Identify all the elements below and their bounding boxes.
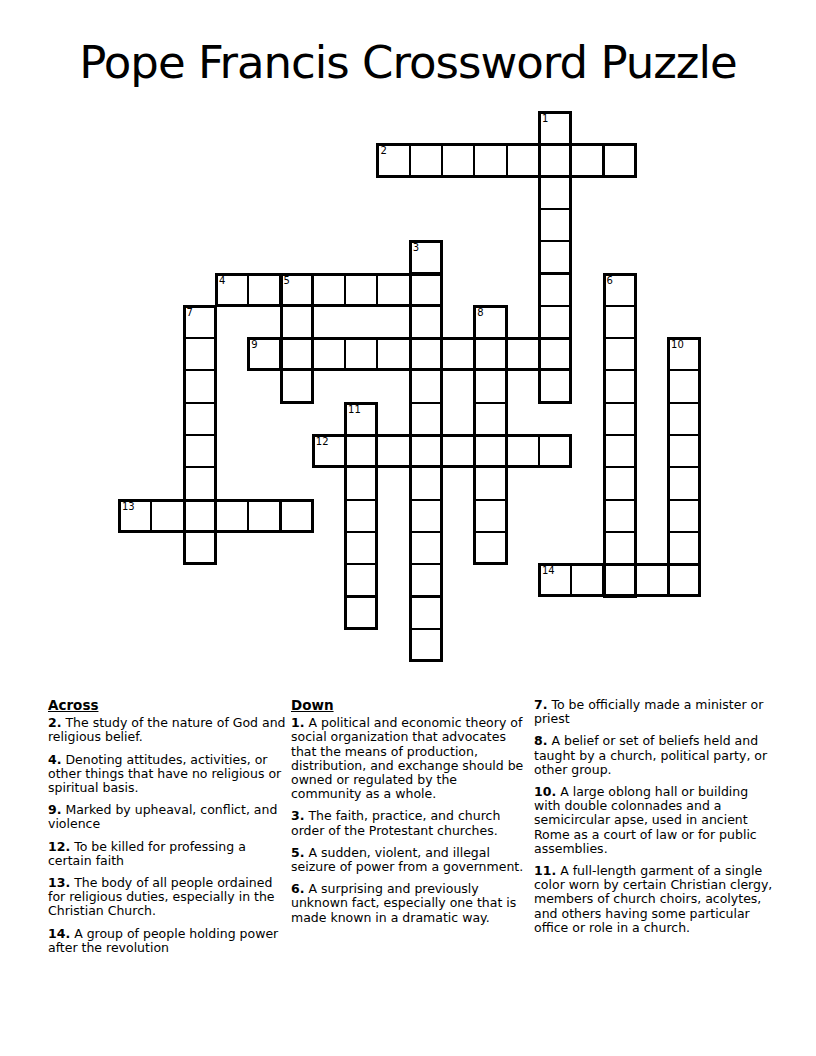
grid-cell[interactable] [538,434,572,468]
page-title: Pope Francis Crossword Puzzle [0,36,816,89]
clue-number-label: 4. [48,752,61,767]
clue-down-8: 8. A belief or set of beliefs held and t… [534,734,774,777]
grid-cell[interactable] [409,499,443,533]
grid-cell[interactable] [667,434,701,468]
clue-number-label: 10. [534,784,556,799]
grid-cell[interactable] [409,337,443,371]
grid-cell[interactable] [441,143,475,177]
grid-cell[interactable] [603,499,637,533]
grid-cell[interactable] [473,369,507,403]
clue-number: 10 [671,339,684,350]
clue-down-5: 5. A sudden, violent, and illegal seizur… [291,846,531,874]
grid-cell[interactable] [603,466,637,500]
grid-cell[interactable] [473,466,507,500]
grid-cell[interactable] [344,466,378,500]
grid-cell[interactable] [183,369,217,403]
clue-across-9: 9. Marked by upheaval, conflict, and vio… [48,803,286,831]
grid-cell[interactable] [538,369,572,403]
grid-cell[interactable] [409,596,443,630]
clue-number-label: 8. [534,733,547,748]
clue-number-label: 12. [48,839,70,854]
clue-down-3: 3. The faith, practice, and church order… [291,809,531,837]
grid-cell[interactable] [409,466,443,500]
grid-cell[interactable] [473,143,507,177]
grid-cell[interactable] [376,337,410,371]
clue-number: 9 [251,339,257,350]
grid-cell[interactable] [344,563,378,597]
grid-cell[interactable] [441,434,475,468]
grid-cell[interactable] [473,531,507,565]
clue-number: 13 [122,501,135,512]
clue-number: 11 [348,404,361,415]
grid-cell[interactable] [506,143,540,177]
grid-cell[interactable] [603,563,637,597]
clues-column-1: Across2. The study of the nature of God … [48,698,286,963]
grid-cell[interactable] [473,434,507,468]
grid-cell[interactable]: 6 [603,273,637,307]
clue-across-14: 14. A group of people holding power afte… [48,927,286,955]
clue-number: 4 [219,275,225,286]
grid-cell[interactable] [506,337,540,371]
grid-cell[interactable] [344,499,378,533]
grid-cell[interactable] [603,305,637,339]
clue-across-12: 12. To be killed for professing a certai… [48,840,286,868]
grid-cell[interactable] [506,434,540,468]
grid-cell[interactable] [183,499,217,533]
grid-cell[interactable] [280,305,314,339]
grid-cell[interactable] [603,143,637,177]
grid-cell[interactable] [344,337,378,371]
grid-cell[interactable]: 8 [473,305,507,339]
clue-number: 2 [380,145,386,156]
grid-cell[interactable]: 9 [247,337,281,371]
grid-cell[interactable] [183,531,217,565]
grid-cell[interactable]: 2 [376,143,410,177]
clue-number-label: 1. [291,715,304,730]
grid-cell[interactable] [441,337,475,371]
grid-cell[interactable]: 7 [183,305,217,339]
clue-down-10: 10. A large oblong hall or building with… [534,785,774,856]
grid-cell[interactable] [570,143,604,177]
clue-number: 7 [187,307,193,318]
clue-number-label: 11. [534,863,556,878]
crossword-page: Pope Francis Crossword Puzzle 2459121314… [0,0,816,1056]
clue-down-1: 1. A political and economic theory of so… [291,716,531,801]
clues-column-2: Down1. A political and economic theory o… [291,698,531,933]
grid-cell[interactable] [538,240,572,274]
grid-cell[interactable] [409,369,443,403]
clue-number-label: 14. [48,926,70,941]
grid-cell[interactable]: 10 [667,337,701,371]
grid-cell[interactable] [603,434,637,468]
grid-cell[interactable] [635,563,669,597]
grid-cell[interactable] [538,273,572,307]
crossword-grid: 2459121314136781011 [118,111,700,661]
clues-column-3: 7. To be officially made a minister or p… [534,698,774,943]
grid-cell[interactable] [344,531,378,565]
grid-cell[interactable] [183,466,217,500]
clue-number: 6 [607,275,613,286]
grid-cell[interactable] [150,499,184,533]
grid-cell[interactable] [409,434,443,468]
grid-cell[interactable] [473,337,507,371]
clue-number-label: 9. [48,802,61,817]
clue-number-label: 7. [534,697,547,712]
down-header: Down [291,698,531,712]
clue-number: 12 [316,436,329,447]
clue-number-label: 6. [291,881,304,896]
grid-cell[interactable] [280,369,314,403]
grid-cell[interactable] [538,208,572,242]
clue-number: 14 [542,565,555,576]
grid-cell[interactable] [538,305,572,339]
grid-cell[interactable] [183,402,217,436]
grid-cell[interactable] [183,434,217,468]
grid-cell[interactable] [473,499,507,533]
grid-cell[interactable]: 4 [215,273,249,307]
grid-cell[interactable] [603,369,637,403]
grid-cell[interactable] [570,563,604,597]
grid-cell[interactable] [409,273,443,307]
grid-cell[interactable] [280,337,314,371]
grid-cell[interactable] [376,273,410,307]
grid-cell[interactable] [247,499,281,533]
grid-cell[interactable] [344,596,378,630]
grid-cell[interactable] [215,499,249,533]
clue-number: 5 [284,275,290,286]
grid-cell[interactable] [409,531,443,565]
clue-across-2: 2. The study of the nature of God and re… [48,716,286,744]
grid-cell[interactable] [538,143,572,177]
grid-cell[interactable]: 13 [118,499,152,533]
grid-cell[interactable] [183,337,217,371]
clue-down-11: 11. A full-length garment of a single co… [534,864,774,935]
grid-cell[interactable] [409,305,443,339]
grid-cell[interactable] [538,176,572,210]
clue-number-label: 3. [291,808,304,823]
grid-cell[interactable] [667,499,701,533]
grid-cell[interactable]: 12 [312,434,346,468]
grid-cell[interactable] [409,402,443,436]
grid-cell[interactable]: 1 [538,111,572,145]
grid-cell[interactable]: 11 [344,402,378,436]
clue-number: 3 [413,242,419,253]
clue-across-13: 13. The body of all people ordained for … [48,876,286,919]
grid-cell[interactable] [667,402,701,436]
grid-cell[interactable] [376,434,410,468]
grid-cell[interactable] [247,273,281,307]
grid-cell[interactable] [667,369,701,403]
grid-cell[interactable] [473,402,507,436]
grid-cell[interactable] [409,563,443,597]
clue-down-7: 7. To be officially made a minister or p… [534,698,774,726]
grid-cell[interactable] [312,337,346,371]
grid-cell[interactable]: 14 [538,563,572,597]
clue-number: 1 [542,113,548,124]
clue-number-label: 13. [48,875,70,890]
grid-cell[interactable] [667,466,701,500]
clue-number-label: 2. [48,715,61,730]
grid-cell[interactable]: 5 [280,273,314,307]
grid-cell[interactable] [603,337,637,371]
grid-cell[interactable] [344,273,378,307]
grid-cell[interactable] [280,499,314,533]
clue-across-4: 4. Denoting attitudes, activities, or ot… [48,753,286,796]
grid-cell[interactable] [312,273,346,307]
grid-cell[interactable] [409,143,443,177]
clue-number: 8 [477,307,483,318]
clue-down-6: 6. A surprising and previously unknown f… [291,882,531,925]
across-header: Across [48,698,286,712]
grid-cell[interactable] [667,563,701,597]
grid-cell[interactable] [603,402,637,436]
grid-cell[interactable] [409,628,443,662]
grid-cell[interactable]: 3 [409,240,443,274]
grid-cell[interactable] [538,337,572,371]
clue-number-label: 5. [291,845,304,860]
grid-cell[interactable] [603,531,637,565]
grid-cell[interactable] [344,434,378,468]
grid-cell[interactable] [667,531,701,565]
